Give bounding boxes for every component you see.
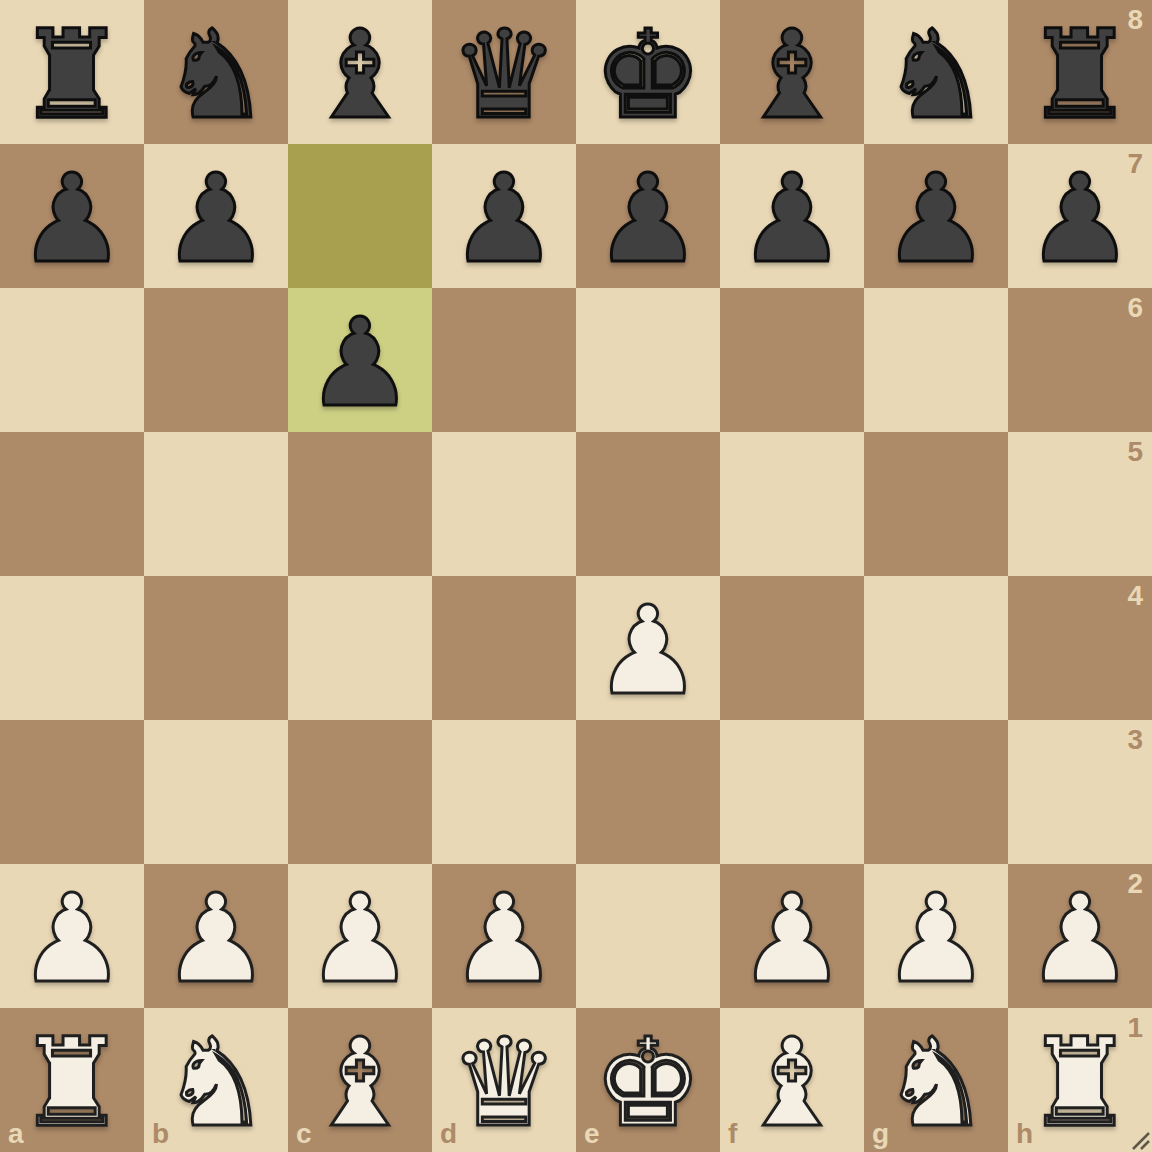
square-d3[interactable] <box>432 720 576 864</box>
square-a6[interactable] <box>0 288 144 432</box>
square-a3[interactable] <box>0 720 144 864</box>
white-pawn[interactable]: ♟ <box>305 878 414 1000</box>
square-g4[interactable] <box>864 576 1008 720</box>
square-a5[interactable] <box>0 432 144 576</box>
black-pawn[interactable]: ♟ <box>593 158 702 280</box>
black-rook[interactable]: ♜ <box>17 14 126 136</box>
square-b2[interactable]: ♟ <box>144 864 288 1008</box>
square-f3[interactable] <box>720 720 864 864</box>
square-b4[interactable] <box>144 576 288 720</box>
square-g6[interactable] <box>864 288 1008 432</box>
square-c5[interactable] <box>288 432 432 576</box>
square-g8[interactable]: ♞ <box>864 0 1008 144</box>
white-pawn[interactable]: ♟ <box>1025 878 1134 1000</box>
rank-label-5: 5 <box>1127 438 1143 466</box>
black-bishop[interactable]: ♝ <box>305 14 414 136</box>
square-d6[interactable] <box>432 288 576 432</box>
black-pawn[interactable]: ♟ <box>305 302 414 424</box>
black-rook[interactable]: ♜ <box>1025 14 1134 136</box>
square-a8[interactable]: ♜ <box>0 0 144 144</box>
square-c1[interactable]: c♝ <box>288 1008 432 1152</box>
square-f6[interactable] <box>720 288 864 432</box>
square-h2[interactable]: 2♟ <box>1008 864 1152 1008</box>
square-f8[interactable]: ♝ <box>720 0 864 144</box>
black-pawn[interactable]: ♟ <box>1025 158 1134 280</box>
white-pawn[interactable]: ♟ <box>881 878 990 1000</box>
square-d2[interactable]: ♟ <box>432 864 576 1008</box>
board-resize-handle-icon[interactable] <box>1128 1128 1150 1150</box>
white-knight[interactable]: ♞ <box>881 1022 990 1144</box>
square-e7[interactable]: ♟ <box>576 144 720 288</box>
white-king[interactable]: ♚ <box>593 1022 702 1144</box>
rank-label-4: 4 <box>1127 582 1143 610</box>
white-bishop[interactable]: ♝ <box>305 1022 414 1144</box>
square-g5[interactable] <box>864 432 1008 576</box>
square-e2[interactable] <box>576 864 720 1008</box>
square-e4[interactable]: ♟ <box>576 576 720 720</box>
file-label-f: f <box>728 1120 737 1148</box>
square-e3[interactable] <box>576 720 720 864</box>
square-a4[interactable] <box>0 576 144 720</box>
black-bishop[interactable]: ♝ <box>737 14 846 136</box>
square-c7[interactable] <box>288 144 432 288</box>
black-pawn[interactable]: ♟ <box>449 158 558 280</box>
white-pawn[interactable]: ♟ <box>593 590 702 712</box>
square-e5[interactable] <box>576 432 720 576</box>
square-f7[interactable]: ♟ <box>720 144 864 288</box>
square-c6[interactable]: ♟ <box>288 288 432 432</box>
square-g1[interactable]: g♞ <box>864 1008 1008 1152</box>
rank-label-6: 6 <box>1127 294 1143 322</box>
square-h6[interactable]: 6 <box>1008 288 1152 432</box>
white-bishop[interactable]: ♝ <box>737 1022 846 1144</box>
square-h7[interactable]: 7♟ <box>1008 144 1152 288</box>
square-h4[interactable]: 4 <box>1008 576 1152 720</box>
square-b5[interactable] <box>144 432 288 576</box>
black-pawn[interactable]: ♟ <box>881 158 990 280</box>
black-pawn[interactable]: ♟ <box>17 158 126 280</box>
square-g3[interactable] <box>864 720 1008 864</box>
square-g7[interactable]: ♟ <box>864 144 1008 288</box>
black-pawn[interactable]: ♟ <box>161 158 270 280</box>
square-e8[interactable]: ♚ <box>576 0 720 144</box>
square-b3[interactable] <box>144 720 288 864</box>
square-b8[interactable]: ♞ <box>144 0 288 144</box>
square-c4[interactable] <box>288 576 432 720</box>
white-pawn[interactable]: ♟ <box>17 878 126 1000</box>
square-c8[interactable]: ♝ <box>288 0 432 144</box>
chess-board: ♜♞♝♛♚♝♞8♜♟♟♟♟♟♟7♟♟65♟43♟♟♟♟♟♟2♟a♜b♞c♝d♛e… <box>0 0 1152 1152</box>
square-b7[interactable]: ♟ <box>144 144 288 288</box>
rank-label-3: 3 <box>1127 726 1143 754</box>
square-a1[interactable]: a♜ <box>0 1008 144 1152</box>
square-e6[interactable] <box>576 288 720 432</box>
square-a2[interactable]: ♟ <box>0 864 144 1008</box>
square-h5[interactable]: 5 <box>1008 432 1152 576</box>
black-queen[interactable]: ♛ <box>449 14 558 136</box>
black-knight[interactable]: ♞ <box>161 14 270 136</box>
black-king[interactable]: ♚ <box>593 14 702 136</box>
black-knight[interactable]: ♞ <box>881 14 990 136</box>
white-pawn[interactable]: ♟ <box>449 878 558 1000</box>
square-b6[interactable] <box>144 288 288 432</box>
black-pawn[interactable]: ♟ <box>737 158 846 280</box>
square-e1[interactable]: e♚ <box>576 1008 720 1152</box>
square-h3[interactable]: 3 <box>1008 720 1152 864</box>
square-f4[interactable] <box>720 576 864 720</box>
white-knight[interactable]: ♞ <box>161 1022 270 1144</box>
square-h8[interactable]: 8♜ <box>1008 0 1152 144</box>
square-d1[interactable]: d♛ <box>432 1008 576 1152</box>
square-a7[interactable]: ♟ <box>0 144 144 288</box>
white-rook[interactable]: ♜ <box>17 1022 126 1144</box>
square-d7[interactable]: ♟ <box>432 144 576 288</box>
square-f1[interactable]: f♝ <box>720 1008 864 1152</box>
square-g2[interactable]: ♟ <box>864 864 1008 1008</box>
square-h1[interactable]: 1h♜ <box>1008 1008 1152 1152</box>
square-c3[interactable] <box>288 720 432 864</box>
square-f2[interactable]: ♟ <box>720 864 864 1008</box>
white-pawn[interactable]: ♟ <box>161 878 270 1000</box>
white-pawn[interactable]: ♟ <box>737 878 846 1000</box>
square-d5[interactable] <box>432 432 576 576</box>
square-d4[interactable] <box>432 576 576 720</box>
white-rook[interactable]: ♜ <box>1025 1022 1134 1144</box>
square-b1[interactable]: b♞ <box>144 1008 288 1152</box>
square-c2[interactable]: ♟ <box>288 864 432 1008</box>
square-d8[interactable]: ♛ <box>432 0 576 144</box>
square-f5[interactable] <box>720 432 864 576</box>
white-queen[interactable]: ♛ <box>449 1022 558 1144</box>
